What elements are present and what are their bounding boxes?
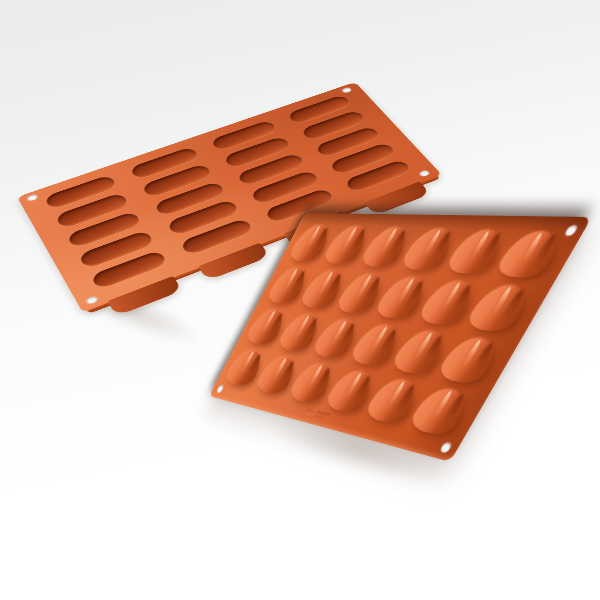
gianduiotto-prism [493,230,566,278]
gianduiotto-prism [407,385,473,437]
front-mold-gianduiotto-prisms [209,213,592,462]
product-photo-scene [0,0,600,600]
gianduiotto-prism [435,335,504,386]
front-mold-prism-grid [209,213,592,462]
gianduiotto-prism [464,283,535,333]
